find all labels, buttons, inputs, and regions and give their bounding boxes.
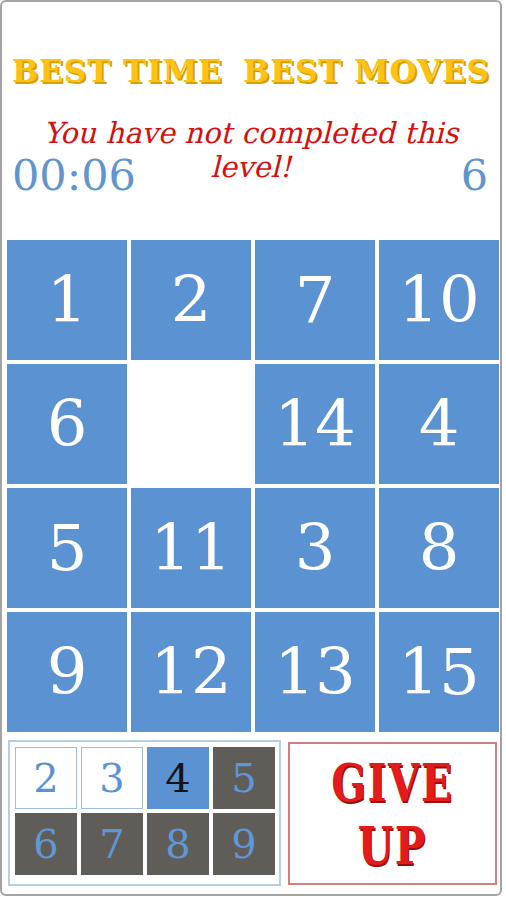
give-up-button[interactable]: GIVE UP [288, 742, 497, 885]
best-time-label: BEST TIME [12, 51, 223, 89]
tile-7[interactable]: 7 [255, 240, 375, 360]
empty-cell [131, 364, 251, 484]
current-time: 00:06 [12, 152, 136, 199]
tile-12[interactable]: 12 [131, 612, 251, 732]
tile-2[interactable]: 2 [131, 240, 251, 360]
level-9-button[interactable]: 9 [213, 813, 275, 875]
tile-6[interactable]: 6 [7, 364, 127, 484]
puzzle-board: 127106144511389121315 [7, 240, 499, 732]
current-stats-row: 00:06 6 [12, 152, 488, 199]
give-up-label-line2: UP [358, 814, 427, 877]
level-8-button[interactable]: 8 [147, 813, 209, 875]
level-6-button[interactable]: 6 [15, 813, 77, 875]
tile-1[interactable]: 1 [7, 240, 127, 360]
level-3-button[interactable]: 3 [81, 747, 143, 809]
tile-14[interactable]: 14 [255, 364, 375, 484]
best-stats-header: BEST TIME BEST MOVES [12, 52, 490, 88]
app-screen: BEST TIME BEST MOVES You have not comple… [0, 0, 502, 896]
current-moves: 6 [461, 152, 488, 199]
level-2-button[interactable]: 2 [15, 747, 77, 809]
tile-9[interactable]: 9 [7, 612, 127, 732]
best-moves-label: BEST MOVES [243, 51, 490, 89]
tile-15[interactable]: 15 [379, 612, 499, 732]
tile-8[interactable]: 8 [379, 488, 499, 608]
tile-4[interactable]: 4 [379, 364, 499, 484]
tile-13[interactable]: 13 [255, 612, 375, 732]
give-up-label-line1: GIVE [331, 751, 453, 814]
tile-10[interactable]: 10 [379, 240, 499, 360]
tile-3[interactable]: 3 [255, 488, 375, 608]
level-7-button[interactable]: 7 [81, 813, 143, 875]
level-4-button[interactable]: 4 [147, 747, 209, 809]
tile-5[interactable]: 5 [7, 488, 127, 608]
tile-11[interactable]: 11 [131, 488, 251, 608]
level-picker: 23456789 [8, 740, 281, 886]
level-5-button[interactable]: 5 [213, 747, 275, 809]
